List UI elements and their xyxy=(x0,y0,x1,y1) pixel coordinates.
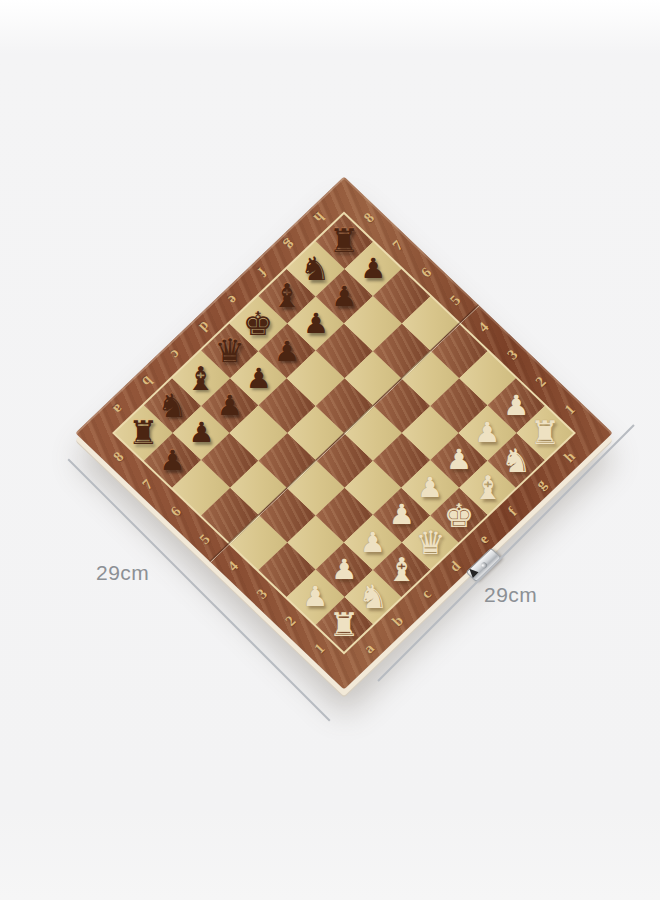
dimension-label-right: 29cm xyxy=(484,583,537,607)
product-photo-background: 29cm 29cm ♜♞♝♛♚♝♞♜♟♟♟♟♟♟♟♟♟♟♟♟♟♟♟♟♜♞♝♛♚♝… xyxy=(0,0,660,900)
square-h7: ♟ xyxy=(344,242,401,297)
black-pawn-h7: ♟ xyxy=(352,250,393,289)
dimension-label-left: 29cm xyxy=(96,561,149,585)
square-h1: ♜ xyxy=(516,406,573,461)
chess-board: ♜♞♝♛♚♝♞♜♟♟♟♟♟♟♟♟♟♟♟♟♟♟♟♟♜♞♝♛♚♝♞♜ aabbccd… xyxy=(75,176,612,689)
white-rook-h1: ♜ xyxy=(524,414,565,453)
